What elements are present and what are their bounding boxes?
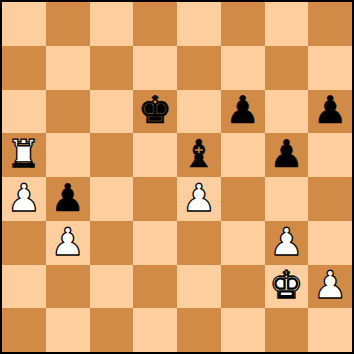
- square-h7[interactable]: [308, 46, 352, 90]
- square-h3[interactable]: [308, 221, 352, 265]
- square-h4[interactable]: [308, 177, 352, 221]
- square-f3[interactable]: [221, 221, 265, 265]
- square-g3[interactable]: ♟: [265, 221, 309, 265]
- square-a6[interactable]: [2, 90, 46, 134]
- square-e5[interactable]: ♝: [177, 133, 221, 177]
- black-pawn[interactable]: ♟: [51, 179, 85, 217]
- black-pawn[interactable]: ♟: [313, 91, 347, 129]
- black-pawn[interactable]: ♟: [226, 91, 260, 129]
- black-bishop[interactable]: ♝: [182, 135, 216, 173]
- square-f1[interactable]: [221, 308, 265, 352]
- square-d2[interactable]: [133, 265, 177, 309]
- board-frame: ♚♟♟♜♝♟♟♟♟♟♟♚♟: [0, 0, 354, 354]
- white-pawn[interactable]: ♟: [51, 223, 85, 261]
- square-b3[interactable]: ♟: [46, 221, 90, 265]
- square-e6[interactable]: [177, 90, 221, 134]
- square-c8[interactable]: [90, 2, 134, 46]
- square-d4[interactable]: [133, 177, 177, 221]
- square-f7[interactable]: [221, 46, 265, 90]
- square-e1[interactable]: [177, 308, 221, 352]
- square-d8[interactable]: [133, 2, 177, 46]
- square-e4[interactable]: ♟: [177, 177, 221, 221]
- chess-board: ♚♟♟♜♝♟♟♟♟♟♟♚♟: [2, 2, 352, 352]
- white-pawn[interactable]: ♟: [182, 179, 216, 217]
- square-g7[interactable]: [265, 46, 309, 90]
- square-a8[interactable]: [2, 2, 46, 46]
- square-a1[interactable]: [2, 308, 46, 352]
- square-h5[interactable]: [308, 133, 352, 177]
- square-d6[interactable]: ♚: [133, 90, 177, 134]
- square-h8[interactable]: [308, 2, 352, 46]
- square-c7[interactable]: [90, 46, 134, 90]
- square-g8[interactable]: [265, 2, 309, 46]
- square-h2[interactable]: ♟: [308, 265, 352, 309]
- square-c3[interactable]: [90, 221, 134, 265]
- square-g2[interactable]: ♚: [265, 265, 309, 309]
- black-king[interactable]: ♚: [138, 91, 172, 129]
- square-d1[interactable]: [133, 308, 177, 352]
- square-f4[interactable]: [221, 177, 265, 221]
- square-a7[interactable]: [2, 46, 46, 90]
- square-h1[interactable]: [308, 308, 352, 352]
- square-a4[interactable]: ♟: [2, 177, 46, 221]
- square-b6[interactable]: [46, 90, 90, 134]
- square-b5[interactable]: [46, 133, 90, 177]
- white-pawn[interactable]: ♟: [7, 179, 41, 217]
- square-e7[interactable]: [177, 46, 221, 90]
- square-f8[interactable]: [221, 2, 265, 46]
- square-a5[interactable]: ♜: [2, 133, 46, 177]
- square-c1[interactable]: [90, 308, 134, 352]
- square-g1[interactable]: [265, 308, 309, 352]
- square-b2[interactable]: [46, 265, 90, 309]
- square-c5[interactable]: [90, 133, 134, 177]
- square-e3[interactable]: [177, 221, 221, 265]
- square-e8[interactable]: [177, 2, 221, 46]
- square-d3[interactable]: [133, 221, 177, 265]
- white-pawn[interactable]: ♟: [313, 266, 347, 304]
- square-f6[interactable]: ♟: [221, 90, 265, 134]
- square-g5[interactable]: ♟: [265, 133, 309, 177]
- square-b8[interactable]: [46, 2, 90, 46]
- white-rook[interactable]: ♜: [7, 135, 41, 173]
- square-f2[interactable]: [221, 265, 265, 309]
- square-c6[interactable]: [90, 90, 134, 134]
- white-pawn[interactable]: ♟: [269, 223, 303, 261]
- white-king[interactable]: ♚: [269, 266, 303, 304]
- square-h6[interactable]: ♟: [308, 90, 352, 134]
- square-d5[interactable]: [133, 133, 177, 177]
- square-f5[interactable]: [221, 133, 265, 177]
- square-a2[interactable]: [2, 265, 46, 309]
- square-c4[interactable]: [90, 177, 134, 221]
- square-b1[interactable]: [46, 308, 90, 352]
- square-a3[interactable]: [2, 221, 46, 265]
- square-g4[interactable]: [265, 177, 309, 221]
- square-g6[interactable]: [265, 90, 309, 134]
- square-c2[interactable]: [90, 265, 134, 309]
- square-b7[interactable]: [46, 46, 90, 90]
- black-pawn[interactable]: ♟: [269, 135, 303, 173]
- square-b4[interactable]: ♟: [46, 177, 90, 221]
- square-d7[interactable]: [133, 46, 177, 90]
- square-e2[interactable]: [177, 265, 221, 309]
